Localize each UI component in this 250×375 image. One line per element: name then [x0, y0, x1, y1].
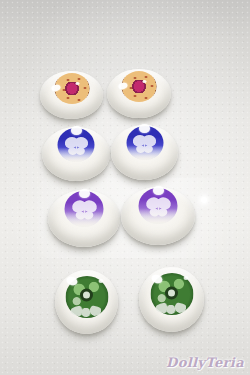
watermark: DollyTeria — [166, 355, 244, 370]
sparkle-highlight — [201, 197, 207, 203]
lace-detail — [70, 305, 103, 317]
iris-donut — [54, 73, 89, 104]
doll-eye-pair4-left — [55, 270, 118, 334]
pupil-ring — [165, 286, 178, 299]
highlight-dot — [118, 82, 128, 90]
highlight-dot — [151, 273, 164, 285]
highlight-dot — [139, 124, 150, 133]
doll-eye-pair2-left — [42, 127, 110, 181]
doll-eye-pair1-left — [40, 71, 103, 119]
doll-eye-pair3-left — [48, 190, 120, 247]
highlight-dot-small — [99, 279, 104, 283]
highlight-dot-small — [184, 276, 189, 280]
iris-purple-butterfly — [65, 191, 104, 227]
iris-green — [65, 276, 108, 318]
iris-blue-butterfly — [58, 128, 95, 162]
doll-eye-pair1-right — [107, 69, 171, 118]
iris-purple-butterfly — [139, 188, 178, 224]
iris-donut — [122, 71, 157, 102]
doll-eye-pair3-right — [121, 187, 195, 245]
highlight-dot — [66, 276, 79, 288]
sprinkle-dots — [58, 77, 61, 79]
iris-blue-butterfly — [126, 126, 163, 160]
highlight-dot — [50, 84, 60, 92]
highlight-dot — [153, 186, 164, 195]
highlight-dot — [71, 126, 82, 135]
pupil-ring — [80, 289, 93, 302]
doll-eye-pair4-right — [139, 267, 204, 332]
product-photo: DollyTeria — [0, 0, 250, 375]
doll-eye-pair2-right — [111, 125, 178, 180]
lace-detail — [155, 302, 188, 314]
sprinkle-dots — [126, 75, 129, 77]
iris-green — [150, 273, 193, 315]
highlight-dot — [79, 189, 90, 198]
